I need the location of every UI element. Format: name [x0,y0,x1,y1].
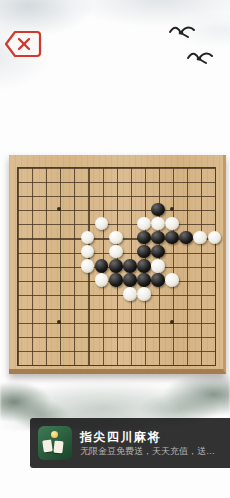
board-cell[interactable] [165,245,179,259]
board-cell[interactable] [66,329,80,343]
board-cell[interactable] [38,216,52,230]
stone-black [137,245,151,259]
board-cell[interactable] [137,216,151,230]
board-cell[interactable] [137,329,151,343]
board-cell[interactable] [109,315,123,329]
board-cell[interactable] [123,287,137,301]
board-cell[interactable] [52,216,66,230]
board-cell[interactable] [193,230,207,244]
board-cell[interactable] [109,343,123,357]
board-cell[interactable] [10,315,24,329]
board-cell[interactable] [179,174,193,188]
board-cell[interactable] [123,230,137,244]
board-cell[interactable] [151,315,165,329]
board-cell[interactable] [80,343,94,357]
ad-screen: 指尖四川麻将 无限金豆免费送，天天充值，送… [0,0,230,498]
board-cell[interactable] [193,202,207,216]
board-cell[interactable] [207,216,221,230]
board-cell[interactable] [165,357,179,371]
board-cell[interactable] [151,160,165,174]
board-cell[interactable] [80,202,94,216]
board-cell[interactable] [24,216,38,230]
board-cell[interactable] [179,202,193,216]
board-cell[interactable] [179,315,193,329]
board-cell[interactable] [207,287,221,301]
stone-white [208,231,222,245]
board-cell[interactable] [52,357,66,371]
board-cell[interactable] [193,315,207,329]
board-cell[interactable] [80,188,94,202]
stone-white [95,273,109,287]
board-cell[interactable] [193,160,207,174]
board-cell[interactable] [151,216,165,230]
stone-white [193,231,207,245]
board-cell[interactable] [24,301,38,315]
board-cell[interactable] [10,230,24,244]
board-cell[interactable] [165,287,179,301]
coin-icon [51,431,58,438]
ad-game-icon [38,426,72,460]
board-cell[interactable] [38,301,52,315]
board-cell[interactable] [123,343,137,357]
board-cell[interactable] [151,343,165,357]
board-cell[interactable] [123,202,137,216]
board-cell[interactable] [109,245,123,259]
board-cell[interactable] [207,230,221,244]
board-cell[interactable] [38,174,52,188]
board-cell[interactable] [109,188,123,202]
board-cell[interactable] [52,287,66,301]
board-cell[interactable] [151,245,165,259]
board-cell[interactable] [38,343,52,357]
board-cell[interactable] [109,259,123,273]
board-cell[interactable] [95,301,109,315]
board-cell[interactable] [109,216,123,230]
board-cell[interactable] [123,273,137,287]
board-cell[interactable] [193,301,207,315]
board-cell[interactable] [123,315,137,329]
board-cell[interactable] [207,202,221,216]
stone-black [151,273,165,287]
board-cell[interactable] [95,230,109,244]
board-cell[interactable] [165,259,179,273]
stone-white [81,231,95,245]
ad-banner[interactable]: 指尖四川麻将 无限金豆免费送，天天充值，送… [30,418,230,468]
stone-black [179,231,193,245]
board-cell[interactable] [109,329,123,343]
board-cell[interactable] [24,343,38,357]
board-cell[interactable] [95,357,109,371]
stone-white [123,287,137,301]
board-cell[interactable] [109,287,123,301]
board-cell[interactable] [10,216,24,230]
board-cell[interactable] [165,230,179,244]
board-cell[interactable] [193,287,207,301]
close-button[interactable] [4,30,42,58]
board-cell[interactable] [66,259,80,273]
board-cell[interactable] [66,287,80,301]
board-cell[interactable] [123,174,137,188]
board-cell[interactable] [109,357,123,371]
board-cell[interactable] [109,301,123,315]
board-cell[interactable] [137,245,151,259]
board-cell[interactable] [179,301,193,315]
board-cell[interactable] [66,343,80,357]
flying-birds-icon [148,20,216,78]
board-cell[interactable] [109,230,123,244]
board-cell[interactable] [66,245,80,259]
board-cell[interactable] [38,245,52,259]
board-cell[interactable] [207,315,221,329]
board-cell[interactable] [66,174,80,188]
board-cell[interactable] [179,259,193,273]
board-cell[interactable] [165,216,179,230]
stone-black [109,273,123,287]
board-cell[interactable] [24,357,38,371]
board-cell[interactable] [151,202,165,216]
board-cell[interactable] [151,301,165,315]
board-cell[interactable] [123,329,137,343]
board-cell[interactable] [151,259,165,273]
board-cell[interactable] [52,245,66,259]
board-cell[interactable] [151,188,165,202]
stone-white [95,217,109,231]
board-cell[interactable] [193,259,207,273]
board-cell[interactable] [38,188,52,202]
board-cell[interactable] [137,202,151,216]
board-cell[interactable] [80,174,94,188]
board-cell[interactable] [38,273,52,287]
board-cell[interactable] [80,230,94,244]
board-cell[interactable] [24,329,38,343]
board-cell[interactable] [207,343,221,357]
board-cell[interactable] [179,273,193,287]
board-cell[interactable] [95,287,109,301]
board-cell[interactable] [66,315,80,329]
board-cell[interactable] [165,301,179,315]
board-cell[interactable] [24,315,38,329]
stone-black [151,245,165,259]
board-cell[interactable] [10,343,24,357]
mahjong-tile-icon [42,439,53,452]
board-cell[interactable] [179,245,193,259]
board-cell[interactable] [151,357,165,371]
board-cell[interactable] [95,160,109,174]
board-cell[interactable] [179,343,193,357]
board-cell[interactable] [24,245,38,259]
stone-white [165,273,179,287]
board-cell[interactable] [123,245,137,259]
board-cell[interactable] [151,174,165,188]
board-cell[interactable] [137,273,151,287]
board-cell[interactable] [80,216,94,230]
stone-black [151,231,165,245]
board-cell[interactable] [52,174,66,188]
board-cell[interactable] [52,329,66,343]
board-cell[interactable] [179,216,193,230]
board-cell[interactable] [179,188,193,202]
board-cell[interactable] [207,273,221,287]
board-cell[interactable] [207,259,221,273]
board-cell[interactable] [80,301,94,315]
board-cell[interactable] [52,315,66,329]
stone-black [109,259,123,273]
board-cell[interactable] [123,188,137,202]
board-cell[interactable] [193,188,207,202]
stone-white [151,217,165,231]
stone-white [165,217,179,231]
stone-black [151,203,165,217]
board-cell[interactable] [109,174,123,188]
board-cell[interactable] [137,259,151,273]
board-cell[interactable] [193,329,207,343]
board-cell[interactable] [207,329,221,343]
board-cell[interactable] [38,202,52,216]
board-cell[interactable] [80,259,94,273]
board-cell[interactable] [95,273,109,287]
board-cell[interactable] [137,287,151,301]
board-cell[interactable] [123,216,137,230]
board-cell[interactable] [95,174,109,188]
board-cell[interactable] [10,329,24,343]
board-cell[interactable] [66,273,80,287]
board-cell[interactable] [151,230,165,244]
board-cell[interactable] [52,259,66,273]
board-cell[interactable] [95,343,109,357]
board-cell[interactable] [179,287,193,301]
board-cell[interactable] [137,357,151,371]
board-cell[interactable] [151,273,165,287]
board-cell[interactable] [137,160,151,174]
board-cell[interactable] [52,202,66,216]
board-cell[interactable] [38,230,52,244]
board-cell[interactable] [66,301,80,315]
board-cell[interactable] [24,188,38,202]
board-cell[interactable] [52,160,66,174]
board-cell[interactable] [193,273,207,287]
board-cell[interactable] [95,315,109,329]
stone-white [81,245,95,259]
board-cell[interactable] [137,188,151,202]
board-cell[interactable] [10,245,24,259]
board-cell[interactable] [24,174,38,188]
board-cell[interactable] [207,301,221,315]
board-cell[interactable] [80,245,94,259]
stone-black [123,259,137,273]
stone-white [137,217,151,231]
stone-white [81,259,95,273]
board-cell[interactable] [151,287,165,301]
board-cell[interactable] [52,230,66,244]
mahjong-tile-icon [53,441,63,454]
board-cell[interactable] [151,329,165,343]
board-cell[interactable] [80,160,94,174]
board-cell[interactable] [193,174,207,188]
board-cell[interactable] [38,315,52,329]
board-cell[interactable] [24,287,38,301]
board-cell[interactable] [193,343,207,357]
board-cell[interactable] [80,357,94,371]
board-cell[interactable] [179,230,193,244]
board-cell[interactable] [95,216,109,230]
board-cell[interactable] [123,357,137,371]
board-cell[interactable] [66,357,80,371]
board-cell[interactable] [24,259,38,273]
board-cell[interactable] [10,160,24,174]
board-cell[interactable] [80,315,94,329]
board-cell[interactable] [10,301,24,315]
board-cell[interactable] [207,245,221,259]
board-cell[interactable] [165,202,179,216]
board-cell[interactable] [24,202,38,216]
board-cell[interactable] [137,174,151,188]
gomoku-board-grid [10,160,222,372]
board-cell[interactable] [95,188,109,202]
stone-white [151,259,165,273]
board-cell[interactable] [52,273,66,287]
board-cell[interactable] [165,343,179,357]
stone-black [137,231,151,245]
board-cell[interactable] [109,273,123,287]
board-cell[interactable] [193,357,207,371]
board-cell[interactable] [24,273,38,287]
ad-title: 指尖四川麻将 [80,430,215,445]
board-cell[interactable] [52,343,66,357]
board-cell[interactable] [10,174,24,188]
board-cell[interactable] [165,160,179,174]
board-cell[interactable] [123,160,137,174]
board-cell[interactable] [66,188,80,202]
board-cell[interactable] [52,188,66,202]
stone-black [137,273,151,287]
board-cell[interactable] [165,188,179,202]
board-cell[interactable] [137,343,151,357]
board-cell[interactable] [80,329,94,343]
stone-black [123,273,137,287]
board-cell[interactable] [123,301,137,315]
board-cell[interactable] [38,329,52,343]
board-cell[interactable] [165,273,179,287]
board-cell[interactable] [52,301,66,315]
gomoku-board[interactable] [9,155,226,374]
board-cell[interactable] [165,174,179,188]
board-cell[interactable] [38,287,52,301]
stone-white [109,231,123,245]
board-cell[interactable] [165,315,179,329]
board-cell[interactable] [179,160,193,174]
ad-subtitle: 无限金豆免费送，天天充值，送… [80,445,215,457]
board-cell[interactable] [10,259,24,273]
board-cell[interactable] [66,216,80,230]
board-cell[interactable] [207,188,221,202]
board-cell[interactable] [109,202,123,216]
board-cell[interactable] [66,230,80,244]
board-cell[interactable] [38,259,52,273]
stone-white [137,287,151,301]
board-cell[interactable] [66,160,80,174]
stone-black [137,259,151,273]
board-cell[interactable] [38,357,52,371]
board-cell[interactable] [179,329,193,343]
board-cell[interactable] [137,230,151,244]
board-cell[interactable] [123,259,137,273]
board-cell[interactable] [165,329,179,343]
board-cell[interactable] [95,329,109,343]
board-cell[interactable] [207,357,221,371]
stone-black [95,259,109,273]
board-cell[interactable] [10,273,24,287]
stone-black [165,231,179,245]
board-cell[interactable] [207,160,221,174]
board-cell[interactable] [80,287,94,301]
board-cell[interactable] [95,245,109,259]
board-cell[interactable] [179,357,193,371]
board-cell[interactable] [80,273,94,287]
board-cell[interactable] [10,287,24,301]
stone-white [109,245,123,259]
board-cell[interactable] [207,174,221,188]
board-cell[interactable] [137,315,151,329]
board-cell[interactable] [109,160,123,174]
board-cell[interactable] [95,202,109,216]
board-cell[interactable] [38,160,52,174]
board-cell[interactable] [10,357,24,371]
board-cell[interactable] [137,301,151,315]
board-cell[interactable] [193,245,207,259]
board-cell[interactable] [66,202,80,216]
board-cell[interactable] [193,216,207,230]
board-cell[interactable] [95,259,109,273]
board-cell[interactable] [10,188,24,202]
board-cell[interactable] [24,230,38,244]
board-cell[interactable] [10,202,24,216]
ad-text: 指尖四川麻将 无限金豆免费送，天天充值，送… [80,430,215,457]
board-cell[interactable] [24,160,38,174]
